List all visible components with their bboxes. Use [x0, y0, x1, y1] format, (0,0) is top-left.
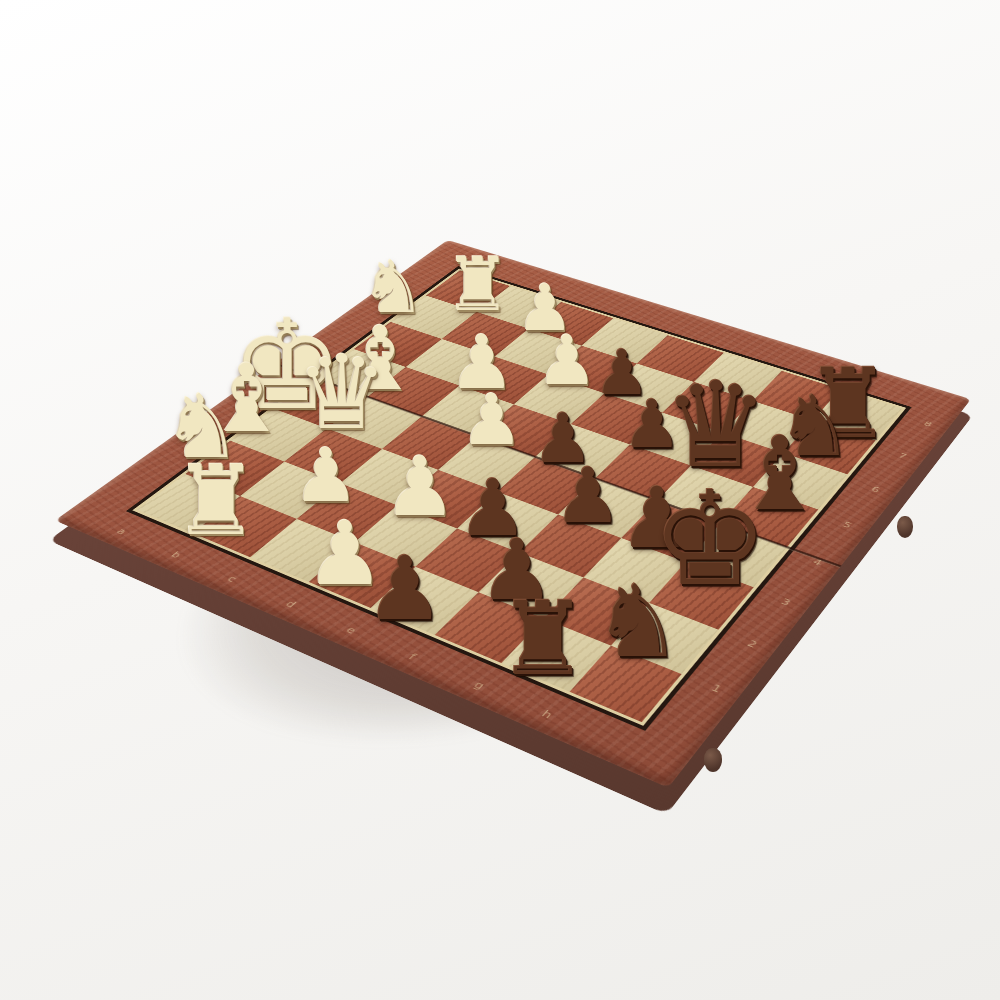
white-rook-h8: ♜	[173, 453, 259, 549]
black-pawn-e3: ♟	[554, 458, 622, 534]
black-knight-g1: ♞	[593, 572, 683, 672]
black-pawn-h5: ♟	[366, 545, 445, 633]
white-queen-d7: ♛	[296, 342, 387, 444]
pieces-layer: ♞♜♟♟♝♟♚♛♝♞♟♟♟♜♟♟♜♞♟♟♛♝♟♟♟♚♟♟♞♜	[0, 0, 1000, 1000]
white-pawn-b5: ♟	[537, 327, 598, 395]
chess-set-photo: 8a7b6c5d4e3f2g1h ♞♜♟♟♝♟♚♛♝♞♟♟♟♜♟♟♜♞♟♟♛♝♟…	[0, 0, 1000, 1000]
white-pawn-f5: ♟	[383, 446, 457, 528]
white-rook-a7: ♜	[445, 247, 511, 321]
board-foot	[897, 516, 913, 538]
white-pawn-d5: ♟	[461, 385, 524, 455]
board-foot	[704, 748, 722, 772]
black-rook-h2: ♜	[497, 588, 588, 690]
